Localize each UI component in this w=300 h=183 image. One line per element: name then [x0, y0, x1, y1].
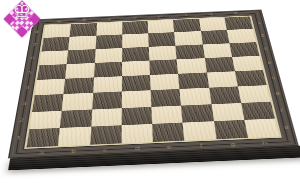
square-g6	[202, 43, 231, 58]
square-c3	[92, 92, 122, 110]
square-a4	[35, 79, 66, 96]
square-b4	[64, 77, 94, 94]
square-e8	[148, 20, 175, 34]
square-e2	[151, 105, 182, 123]
square-d4	[122, 75, 151, 92]
square-c1	[90, 125, 122, 145]
square-d2	[121, 107, 152, 126]
square-h8	[224, 16, 253, 30]
square-d6	[122, 47, 149, 62]
square-c8	[96, 22, 122, 36]
square-d5	[122, 60, 150, 76]
square-e3	[151, 89, 182, 106]
square-a7	[42, 37, 70, 51]
square-f4	[178, 73, 208, 90]
square-g3	[209, 87, 241, 104]
square-h1	[244, 118, 279, 137]
product-photo: abcdefgh abcdefgh 87654321 87654321 ♔	[0, 0, 300, 183]
square-f7	[174, 31, 202, 45]
square-g2	[211, 103, 244, 121]
square-d7	[122, 33, 149, 47]
square-e6	[149, 45, 177, 60]
square-b8	[70, 23, 97, 37]
square-b5	[65, 63, 94, 79]
square-a6	[39, 50, 68, 65]
square-b6	[67, 49, 95, 64]
chess-board: abcdefgh abcdefgh 87654321 87654321	[8, 10, 299, 159]
square-h6	[229, 42, 259, 57]
square-e7	[148, 32, 175, 46]
square-h5	[232, 56, 263, 72]
square-c5	[94, 62, 122, 78]
square-e1	[152, 122, 184, 142]
square-a1	[27, 128, 61, 148]
square-b2	[60, 109, 92, 128]
square-f2	[181, 104, 213, 122]
square-g1	[213, 120, 247, 139]
square-h4	[235, 70, 267, 86]
square-c4	[93, 76, 122, 93]
square-f1	[183, 121, 216, 140]
square-a5	[37, 64, 67, 80]
square-e5	[149, 59, 178, 75]
square-b7	[68, 36, 96, 50]
square-d3	[122, 90, 152, 108]
square-b3	[62, 93, 93, 111]
square-c2	[91, 108, 122, 127]
square-c7	[95, 35, 122, 49]
square-f5	[177, 58, 207, 74]
square-h3	[238, 85, 271, 102]
squares-grid	[27, 16, 280, 147]
board-face: abcdefgh abcdefgh 87654321 87654321	[8, 10, 299, 159]
square-g7	[200, 30, 229, 44]
square-c6	[94, 48, 122, 63]
square-g5	[204, 57, 234, 73]
square-g8	[199, 18, 227, 32]
square-f3	[180, 88, 211, 105]
square-h7	[227, 29, 256, 43]
square-h2	[241, 101, 275, 119]
square-a3	[32, 94, 64, 112]
square-a2	[29, 110, 62, 129]
shop-logo: ♔	[3, 0, 41, 40]
chess-king-icon: ♔	[3, 0, 41, 22]
square-d8	[122, 21, 148, 35]
square-d1	[121, 124, 153, 144]
square-b1	[58, 126, 91, 146]
square-f6	[176, 44, 205, 59]
square-f8	[173, 19, 200, 33]
square-e4	[150, 74, 180, 91]
square-g4	[206, 71, 237, 88]
